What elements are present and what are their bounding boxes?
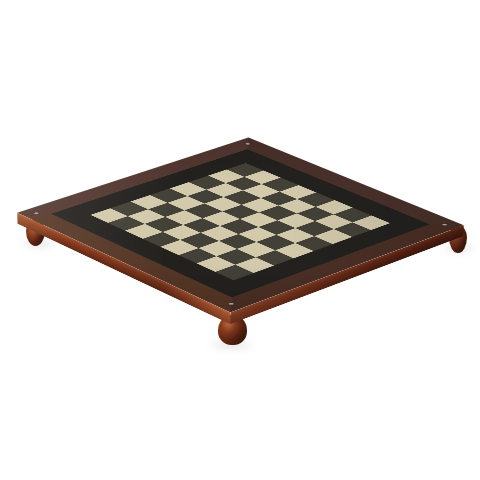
square-r3c8[interactable] xyxy=(314,229,352,244)
square-r6c5[interactable] xyxy=(201,226,239,241)
square-r2c8[interactable] xyxy=(333,222,371,237)
square-r3c7[interactable] xyxy=(296,221,334,236)
square-r6c4[interactable] xyxy=(183,218,221,233)
square-r5c5[interactable] xyxy=(220,219,258,234)
board-perspective-wrapper xyxy=(0,0,480,480)
square-r5c7[interactable] xyxy=(257,235,295,250)
square-r7c4[interactable] xyxy=(163,225,201,240)
square-r8c5[interactable] xyxy=(160,240,198,255)
chess-board xyxy=(17,137,463,312)
square-r7c8[interactable] xyxy=(235,257,274,273)
square-r7c6[interactable] xyxy=(199,241,237,256)
square-r8c2[interactable] xyxy=(108,216,146,231)
square-r7c5[interactable] xyxy=(181,233,219,248)
square-r8c6[interactable] xyxy=(178,248,217,263)
square-r8c4[interactable] xyxy=(143,232,181,247)
square-r5c8[interactable] xyxy=(275,243,313,258)
square-r6c6[interactable] xyxy=(219,234,257,249)
board-frame xyxy=(17,137,463,312)
square-r8c8[interactable] xyxy=(215,264,254,280)
square-r6c7[interactable] xyxy=(237,242,275,257)
square-r4c7[interactable] xyxy=(276,228,314,243)
square-r8c3[interactable] xyxy=(125,224,163,239)
square-r8c7[interactable] xyxy=(197,256,236,272)
square-r6c8[interactable] xyxy=(255,250,294,266)
square-r7c7[interactable] xyxy=(217,249,256,264)
square-r5c6[interactable] xyxy=(238,227,276,242)
product-photo-stage xyxy=(0,0,480,480)
square-r4c8[interactable] xyxy=(295,236,333,251)
square-r4c6[interactable] xyxy=(258,220,296,235)
square-r7c3[interactable] xyxy=(145,217,183,232)
board-grid xyxy=(90,163,390,280)
